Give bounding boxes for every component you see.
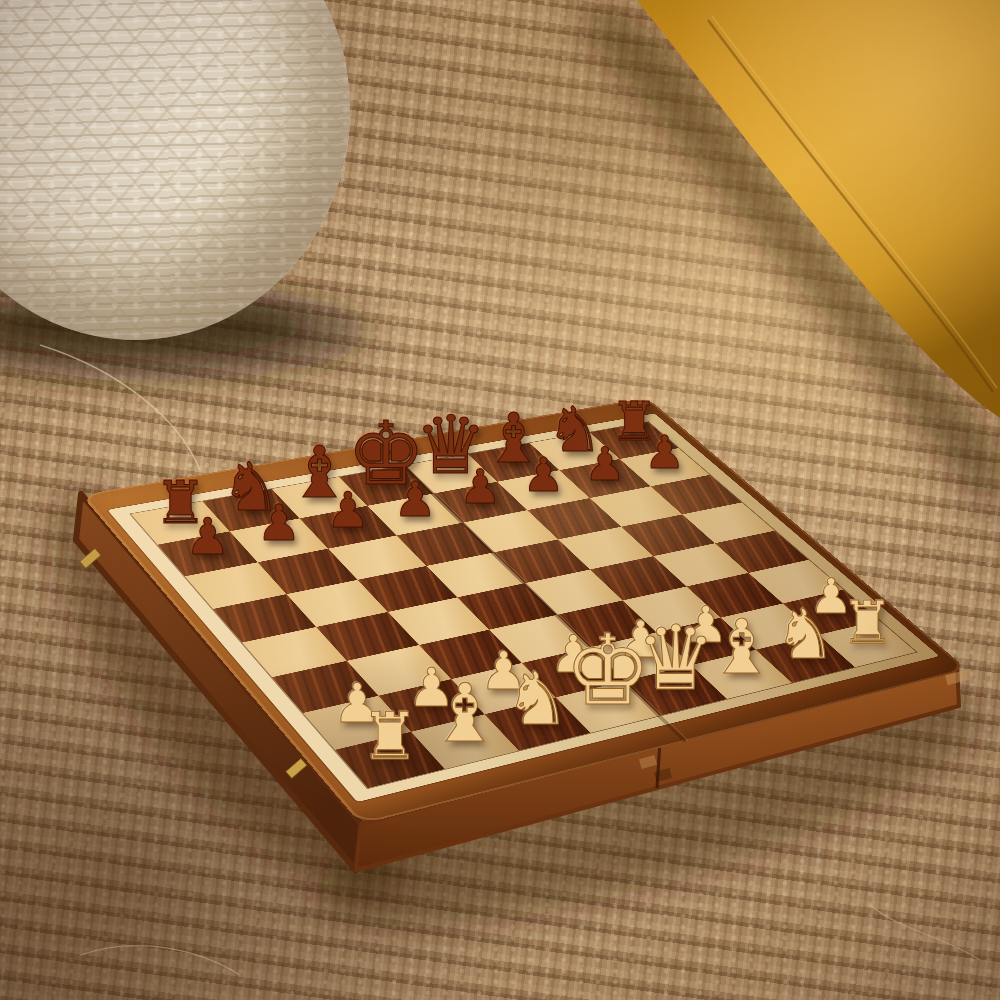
photo-scene: ♜♞♝♚♛♝♞♜♟♟♟♟♟♟♟♟♟♟♟♟♟♟♟♜♝♞♚♛♝♞♜ <box>0 0 1000 1000</box>
